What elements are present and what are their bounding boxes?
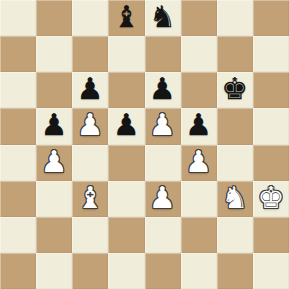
square-g1[interactable] [217,253,253,289]
square-g5[interactable] [217,108,253,144]
square-b1[interactable] [36,253,72,289]
square-d5[interactable]: ♟ [108,108,144,144]
square-c1[interactable] [72,253,108,289]
square-f3[interactable] [181,181,217,217]
black-knight-e8-icon[interactable]: ♞ [149,2,176,32]
square-a8[interactable] [0,0,36,36]
square-b5[interactable]: ♟ [36,108,72,144]
white-bishop-c3-icon[interactable]: ♝ [77,183,104,213]
square-b3[interactable] [36,181,72,217]
square-c6[interactable]: ♟ [72,72,108,108]
black-bishop-d8-icon[interactable]: ♝ [113,2,140,32]
square-d4[interactable] [108,145,144,181]
square-g7[interactable] [217,36,253,72]
square-a5[interactable] [0,108,36,144]
square-f1[interactable] [181,253,217,289]
square-e5[interactable]: ♟ [145,108,181,144]
square-g8[interactable] [217,0,253,36]
square-a1[interactable] [0,253,36,289]
black-pawn-b5-icon[interactable]: ♟ [41,110,68,140]
square-a4[interactable] [0,145,36,181]
white-king-h3-icon[interactable]: ♚ [257,183,284,213]
white-knight-g3-icon[interactable]: ♞ [221,183,248,213]
square-e1[interactable] [145,253,181,289]
square-d2[interactable] [108,217,144,253]
square-f2[interactable] [181,217,217,253]
chess-board: ♝♞♟♟♚♟♟♟♟♟♟♟♝♟♞♚ [0,0,289,289]
square-c2[interactable] [72,217,108,253]
square-b6[interactable] [36,72,72,108]
square-g6[interactable]: ♚ [217,72,253,108]
square-h3[interactable]: ♚ [253,181,289,217]
square-c4[interactable] [72,145,108,181]
square-f4[interactable]: ♟ [181,145,217,181]
white-pawn-e3-icon[interactable]: ♟ [149,183,176,213]
square-a3[interactable] [0,181,36,217]
square-f8[interactable] [181,0,217,36]
square-e8[interactable]: ♞ [145,0,181,36]
black-pawn-c6-icon[interactable]: ♟ [77,74,104,104]
square-h1[interactable] [253,253,289,289]
black-pawn-e6-icon[interactable]: ♟ [149,74,176,104]
square-b4[interactable]: ♟ [36,145,72,181]
square-d7[interactable] [108,36,144,72]
square-a7[interactable] [0,36,36,72]
square-d8[interactable]: ♝ [108,0,144,36]
square-f7[interactable] [181,36,217,72]
square-e3[interactable]: ♟ [145,181,181,217]
square-g2[interactable] [217,217,253,253]
square-e6[interactable]: ♟ [145,72,181,108]
square-b7[interactable] [36,36,72,72]
white-pawn-e5-icon[interactable]: ♟ [149,110,176,140]
square-d3[interactable] [108,181,144,217]
square-f5[interactable]: ♟ [181,108,217,144]
square-c3[interactable]: ♝ [72,181,108,217]
white-pawn-c5-icon[interactable]: ♟ [77,110,104,140]
square-a6[interactable] [0,72,36,108]
square-f6[interactable] [181,72,217,108]
square-d1[interactable] [108,253,144,289]
square-b2[interactable] [36,217,72,253]
square-a2[interactable] [0,217,36,253]
square-h7[interactable] [253,36,289,72]
square-b8[interactable] [36,0,72,36]
black-king-g6-icon[interactable]: ♚ [221,74,248,104]
square-c5[interactable]: ♟ [72,108,108,144]
square-c8[interactable] [72,0,108,36]
square-h6[interactable] [253,72,289,108]
square-e2[interactable] [145,217,181,253]
square-c7[interactable] [72,36,108,72]
white-pawn-f4-icon[interactable]: ♟ [185,147,212,177]
black-pawn-d5-icon[interactable]: ♟ [113,110,140,140]
square-e4[interactable] [145,145,181,181]
square-h8[interactable] [253,0,289,36]
black-pawn-f5-icon[interactable]: ♟ [185,110,212,140]
square-g4[interactable] [217,145,253,181]
square-h5[interactable] [253,108,289,144]
square-d6[interactable] [108,72,144,108]
white-pawn-b4-icon[interactable]: ♟ [41,147,68,177]
square-h2[interactable] [253,217,289,253]
square-e7[interactable] [145,36,181,72]
square-h4[interactable] [253,145,289,181]
square-g3[interactable]: ♞ [217,181,253,217]
